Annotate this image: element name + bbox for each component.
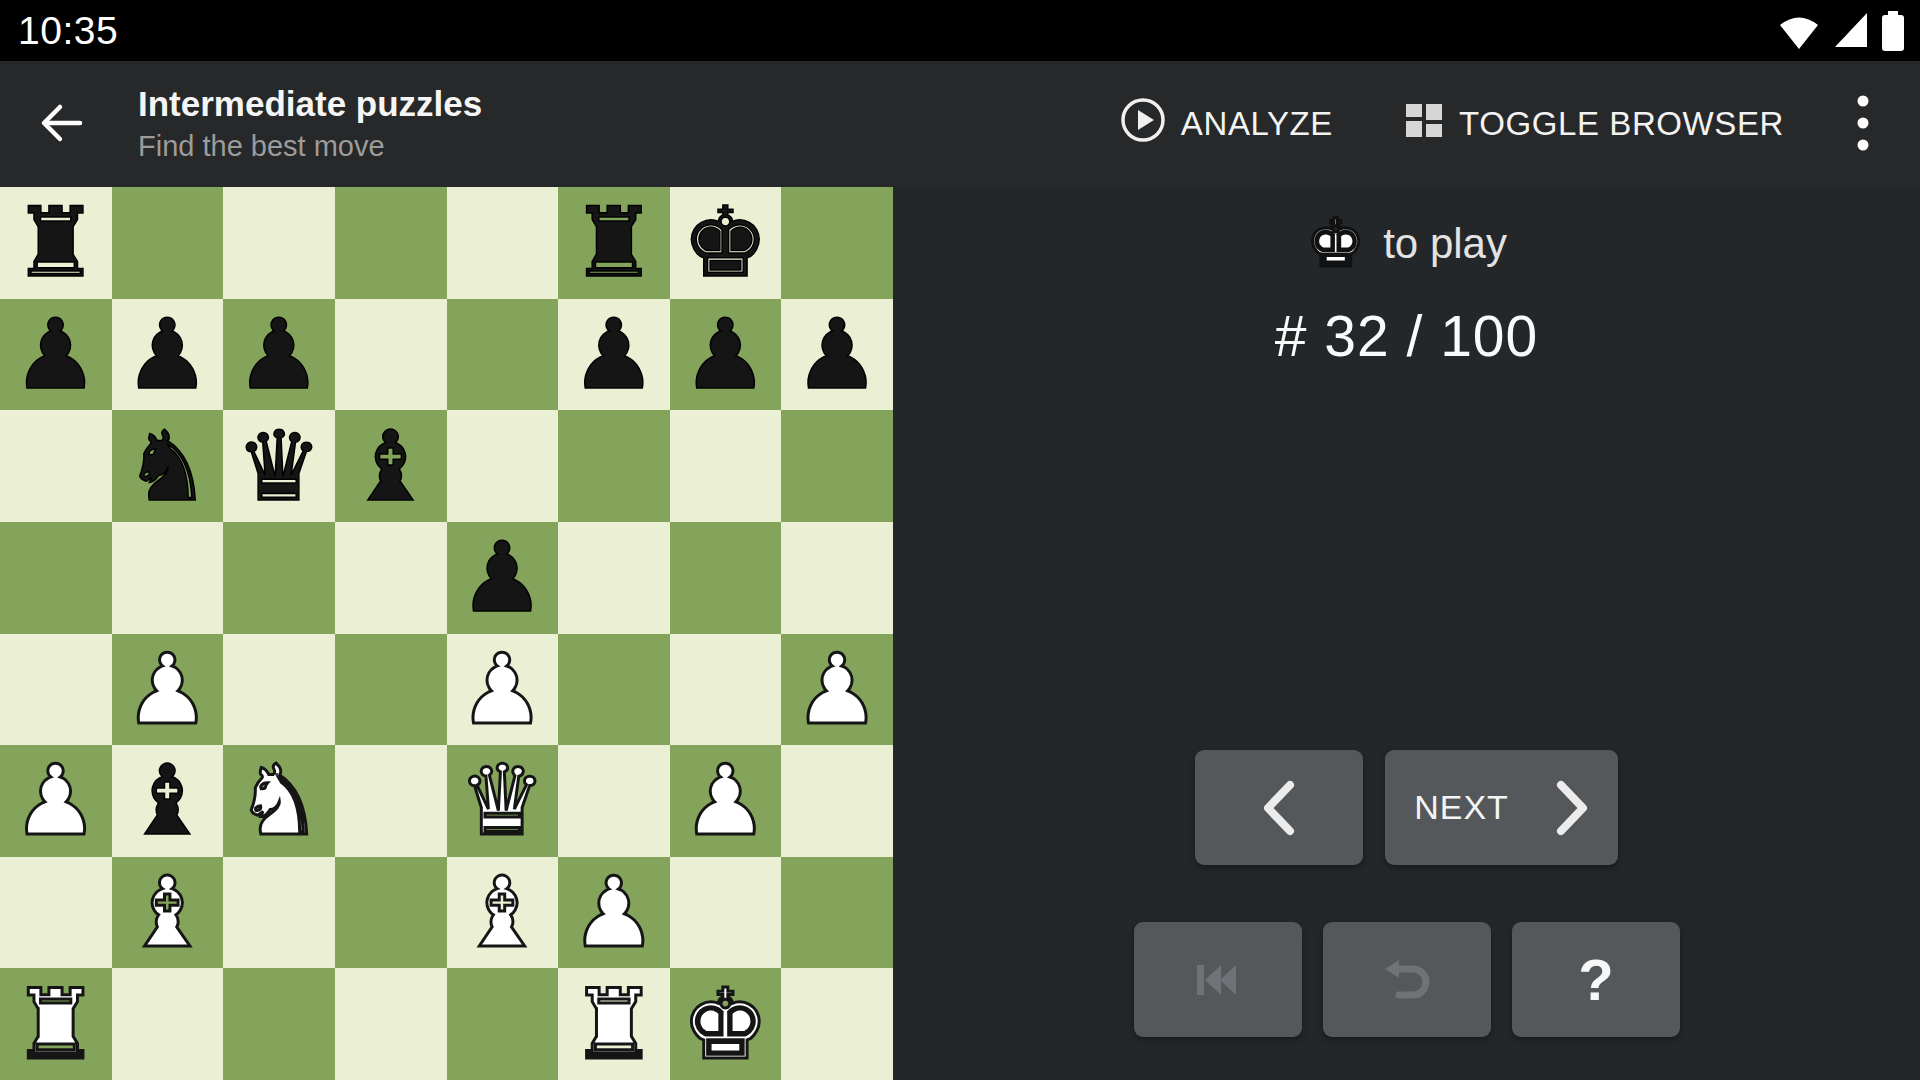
analyze-button[interactable]: ANALYZE [1113, 95, 1339, 153]
square-f1[interactable]: ♜ [558, 968, 670, 1080]
screen: 10:35 Intermediate puzzles Find the best [0, 0, 1920, 1080]
square-f6[interactable] [558, 410, 670, 522]
black-bishop: ♝ [124, 752, 211, 849]
square-e2[interactable]: ♝ [447, 857, 559, 969]
square-b1[interactable] [112, 968, 224, 1080]
toggle-browser-button[interactable]: TOGGLE BROWSER [1395, 97, 1790, 151]
square-a5[interactable] [0, 522, 112, 634]
white-knight: ♞ [236, 752, 323, 849]
side-panel: ♚ to play # 32 / 100 NEXT [893, 187, 1920, 1080]
cellular-signal-icon [1831, 9, 1871, 53]
status-time: 10:35 [18, 9, 118, 53]
square-a2[interactable] [0, 857, 112, 969]
black-rook: ♜ [570, 194, 657, 291]
square-e6[interactable] [447, 410, 559, 522]
skip-to-start-icon [1193, 960, 1243, 1000]
title-block: Intermediate puzzles Find the best move [138, 85, 482, 162]
square-h3[interactable] [781, 745, 893, 857]
back-button[interactable] [36, 98, 88, 150]
square-g7[interactable]: ♟ [670, 299, 782, 411]
chess-board: ♜♜♚♟♟♟♟♟♟♞♛♝♟♟♟♟♟♝♞♛♟♝♝♟♜♜♚ [0, 187, 893, 1080]
square-d8[interactable] [335, 187, 447, 299]
square-e8[interactable] [447, 187, 559, 299]
square-c2[interactable] [223, 857, 335, 969]
page-title: Intermediate puzzles [138, 85, 482, 124]
white-pawn: ♟ [124, 641, 211, 738]
white-bishop: ♝ [459, 864, 546, 961]
square-c7[interactable]: ♟ [223, 299, 335, 411]
square-g2[interactable] [670, 857, 782, 969]
black-pawn: ♟ [682, 306, 769, 403]
black-pawn: ♟ [236, 306, 323, 403]
square-a4[interactable] [0, 634, 112, 746]
play-circle-icon [1119, 96, 1167, 152]
square-g3[interactable]: ♟ [670, 745, 782, 857]
square-g1[interactable]: ♚ [670, 968, 782, 1080]
black-pawn: ♟ [794, 306, 881, 403]
square-g8[interactable]: ♚ [670, 187, 782, 299]
white-pawn: ♟ [794, 641, 881, 738]
status-bar: 10:35 [0, 0, 1920, 61]
black-knight: ♞ [124, 418, 211, 515]
undo-button[interactable] [1323, 922, 1491, 1037]
square-b8[interactable] [112, 187, 224, 299]
battery-icon [1880, 8, 1906, 54]
previous-button[interactable] [1195, 750, 1363, 865]
square-c3[interactable]: ♞ [223, 745, 335, 857]
square-h7[interactable]: ♟ [781, 299, 893, 411]
square-c8[interactable] [223, 187, 335, 299]
white-rook: ♜ [570, 976, 657, 1073]
square-f7[interactable]: ♟ [558, 299, 670, 411]
square-h2[interactable] [781, 857, 893, 969]
square-d6[interactable]: ♝ [335, 410, 447, 522]
app-bar-actions: ANALYZE TOGGLE BROWSER [1113, 94, 1920, 154]
black-pawn: ♟ [570, 306, 657, 403]
chevron-right-icon [1555, 780, 1589, 836]
square-c1[interactable] [223, 968, 335, 1080]
square-h4[interactable]: ♟ [781, 634, 893, 746]
square-e3[interactable]: ♛ [447, 745, 559, 857]
to-play-label: to play [1383, 220, 1507, 268]
square-e4[interactable]: ♟ [447, 634, 559, 746]
app-bar: Intermediate puzzles Find the best move … [0, 61, 1920, 187]
white-queen: ♛ [459, 752, 546, 849]
square-f2[interactable]: ♟ [558, 857, 670, 969]
square-d4[interactable] [335, 634, 447, 746]
square-a3[interactable]: ♟ [0, 745, 112, 857]
puzzle-counter: # 32 / 100 [893, 303, 1920, 369]
square-f5[interactable] [558, 522, 670, 634]
black-queen: ♛ [236, 418, 323, 515]
square-h8[interactable] [781, 187, 893, 299]
square-g6[interactable] [670, 410, 782, 522]
wifi-icon [1776, 9, 1822, 53]
page-subtitle: Find the best move [138, 131, 482, 163]
black-pawn: ♟ [12, 306, 99, 403]
white-pawn: ♟ [12, 752, 99, 849]
square-h1[interactable] [781, 968, 893, 1080]
white-king-icon: ♚ [1306, 211, 1365, 277]
square-b2[interactable]: ♝ [112, 857, 224, 969]
square-a8[interactable]: ♜ [0, 187, 112, 299]
square-e5[interactable]: ♟ [447, 522, 559, 634]
square-d5[interactable] [335, 522, 447, 634]
square-f3[interactable] [558, 745, 670, 857]
square-d3[interactable] [335, 745, 447, 857]
square-b6[interactable]: ♞ [112, 410, 224, 522]
white-rook: ♜ [12, 976, 99, 1073]
help-button[interactable]: ? [1512, 922, 1680, 1037]
square-a1[interactable]: ♜ [0, 968, 112, 1080]
square-b7[interactable]: ♟ [112, 299, 224, 411]
square-a7[interactable]: ♟ [0, 299, 112, 411]
square-d2[interactable] [335, 857, 447, 969]
square-d1[interactable] [335, 968, 447, 1080]
square-e1[interactable] [447, 968, 559, 1080]
chevron-left-icon [1262, 780, 1296, 836]
square-c4[interactable] [223, 634, 335, 746]
black-bishop: ♝ [347, 418, 434, 515]
help-label: ? [1578, 946, 1613, 1013]
analyze-label: ANALYZE [1181, 105, 1333, 143]
toggle-browser-label: TOGGLE BROWSER [1459, 105, 1784, 143]
next-label: NEXT [1414, 788, 1509, 827]
square-c6[interactable]: ♛ [223, 410, 335, 522]
square-c5[interactable] [223, 522, 335, 634]
square-g4[interactable] [670, 634, 782, 746]
white-pawn: ♟ [570, 864, 657, 961]
to-play-indicator: ♚ to play [893, 211, 1920, 277]
black-rook: ♜ [12, 194, 99, 291]
white-pawn: ♟ [682, 752, 769, 849]
square-h5[interactable] [781, 522, 893, 634]
black-king: ♚ [682, 194, 769, 291]
rewind-button[interactable] [1134, 922, 1302, 1037]
undo-arrow-icon [1383, 959, 1431, 1001]
status-icons [1776, 8, 1906, 54]
white-pawn: ♟ [459, 641, 546, 738]
square-f4[interactable] [558, 634, 670, 746]
square-b4[interactable]: ♟ [112, 634, 224, 746]
square-a6[interactable] [0, 410, 112, 522]
three-dot-menu-icon [1857, 94, 1869, 155]
square-f8[interactable]: ♜ [558, 187, 670, 299]
arrow-back-icon [37, 98, 87, 151]
dashboard-grid-icon [1401, 98, 1445, 150]
black-pawn: ♟ [124, 306, 211, 403]
black-pawn: ♟ [459, 529, 546, 626]
square-b3[interactable]: ♝ [112, 745, 224, 857]
square-h6[interactable] [781, 410, 893, 522]
square-d7[interactable] [335, 299, 447, 411]
overflow-menu-button[interactable] [1852, 94, 1874, 154]
square-e7[interactable] [447, 299, 559, 411]
square-b5[interactable] [112, 522, 224, 634]
square-g5[interactable] [670, 522, 782, 634]
next-button[interactable]: NEXT [1385, 750, 1618, 865]
white-king: ♚ [682, 976, 769, 1073]
white-bishop: ♝ [124, 864, 211, 961]
